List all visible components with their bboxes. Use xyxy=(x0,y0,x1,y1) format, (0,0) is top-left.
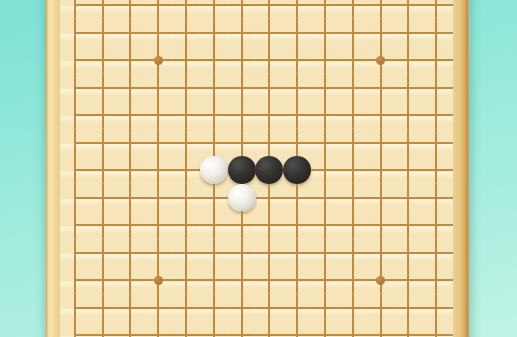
intersection-b9[interactable] xyxy=(89,129,117,157)
intersection-d13[interactable] xyxy=(144,19,172,47)
gomoku-board xyxy=(46,0,470,337)
intersection-c9[interactable] xyxy=(117,129,145,157)
intersection-f11[interactable] xyxy=(200,74,228,102)
intersection-d4[interactable] xyxy=(144,266,172,294)
intersection-f5[interactable] xyxy=(200,239,228,267)
intersection-d3[interactable] xyxy=(144,294,172,322)
intersection-n12[interactable] xyxy=(422,46,450,74)
intersection-f14[interactable] xyxy=(200,0,228,19)
intersection-a13[interactable] xyxy=(61,19,89,47)
intersection-c6[interactable] xyxy=(117,211,145,239)
intersection-i7[interactable] xyxy=(283,184,311,212)
intersection-h7[interactable] xyxy=(256,184,284,212)
intersection-m2[interactable] xyxy=(395,321,423,337)
intersection-e5[interactable] xyxy=(172,239,200,267)
intersection-e2[interactable] xyxy=(172,321,200,337)
intersection-a10[interactable] xyxy=(61,101,89,129)
intersection-k14[interactable] xyxy=(339,0,367,19)
star-point xyxy=(376,276,385,285)
intersection-a14[interactable] xyxy=(61,0,89,19)
intersection-l9[interactable] xyxy=(367,129,395,157)
intersection-f3[interactable] xyxy=(200,294,228,322)
intersection-h10[interactable] xyxy=(256,101,284,129)
intersection-c13[interactable] xyxy=(117,19,145,47)
intersection-f10[interactable] xyxy=(200,101,228,129)
intersection-g9[interactable] xyxy=(228,129,256,157)
intersection-k10[interactable] xyxy=(339,101,367,129)
intersection-m9[interactable] xyxy=(395,129,423,157)
intersection-a8[interactable] xyxy=(61,156,89,184)
intersection-a11[interactable] xyxy=(61,74,89,102)
intersection-g8[interactable] xyxy=(228,156,256,184)
intersection-i5[interactable] xyxy=(283,239,311,267)
intersection-d2[interactable] xyxy=(144,321,172,337)
intersection-b14[interactable] xyxy=(89,0,117,19)
intersection-e4[interactable] xyxy=(172,266,200,294)
intersection-h14[interactable] xyxy=(256,0,284,19)
intersection-b5[interactable] xyxy=(89,239,117,267)
intersection-b8[interactable] xyxy=(89,156,117,184)
white-stone-f8[interactable] xyxy=(200,156,228,184)
intersection-e3[interactable] xyxy=(172,294,200,322)
intersection-j12[interactable] xyxy=(311,46,339,74)
intersection-l13[interactable] xyxy=(367,19,395,47)
intersection-n14[interactable] xyxy=(422,0,450,19)
intersection-l6[interactable] xyxy=(367,211,395,239)
intersection-i13[interactable] xyxy=(283,19,311,47)
intersection-d11[interactable] xyxy=(144,74,172,102)
intersection-g2[interactable] xyxy=(228,321,256,337)
intersection-n2[interactable] xyxy=(422,321,450,337)
star-point xyxy=(154,56,163,65)
board-frame-right-edge xyxy=(453,0,470,337)
intersection-c7[interactable] xyxy=(117,184,145,212)
intersection-g14[interactable] xyxy=(228,0,256,19)
intersection-m3[interactable] xyxy=(395,294,423,322)
intersection-i10[interactable] xyxy=(283,101,311,129)
intersection-k12[interactable] xyxy=(339,46,367,74)
intersection-f9[interactable] xyxy=(200,129,228,157)
intersection-h5[interactable] xyxy=(256,239,284,267)
intersection-i12[interactable] xyxy=(283,46,311,74)
star-point xyxy=(376,56,385,65)
intersection-b3[interactable] xyxy=(89,294,117,322)
intersection-h6[interactable] xyxy=(256,211,284,239)
intersection-g10[interactable] xyxy=(228,101,256,129)
intersection-l12[interactable] xyxy=(367,46,395,74)
intersection-j10[interactable] xyxy=(311,101,339,129)
white-stone-g7[interactable] xyxy=(228,184,256,212)
intersection-d7[interactable] xyxy=(144,184,172,212)
intersection-k7[interactable] xyxy=(339,184,367,212)
intersection-j7[interactable] xyxy=(311,184,339,212)
intersection-c5[interactable] xyxy=(117,239,145,267)
intersection-n4[interactable] xyxy=(422,266,450,294)
intersection-m13[interactable] xyxy=(395,19,423,47)
intersection-i8[interactable] xyxy=(283,156,311,184)
intersection-n3[interactable] xyxy=(422,294,450,322)
star-point xyxy=(154,276,163,285)
intersection-g7[interactable] xyxy=(228,184,256,212)
intersection-i3[interactable] xyxy=(283,294,311,322)
intersection-m5[interactable] xyxy=(395,239,423,267)
intersection-e6[interactable] xyxy=(172,211,200,239)
intersection-e13[interactable] xyxy=(172,19,200,47)
intersection-g5[interactable] xyxy=(228,239,256,267)
intersection-n5[interactable] xyxy=(422,239,450,267)
intersection-b6[interactable] xyxy=(89,211,117,239)
intersection-j3[interactable] xyxy=(311,294,339,322)
intersection-b11[interactable] xyxy=(89,74,117,102)
board-frame-left-edge xyxy=(46,0,60,337)
intersection-b13[interactable] xyxy=(89,19,117,47)
intersection-n11[interactable] xyxy=(422,74,450,102)
intersection-c11[interactable] xyxy=(117,74,145,102)
intersection-k4[interactable] xyxy=(339,266,367,294)
intersection-m8[interactable] xyxy=(395,156,423,184)
intersection-h4[interactable] xyxy=(256,266,284,294)
intersection-k11[interactable] xyxy=(339,74,367,102)
intersection-k2[interactable] xyxy=(339,321,367,337)
intersection-a5[interactable] xyxy=(61,239,89,267)
intersection-d14[interactable] xyxy=(144,0,172,19)
intersection-l3[interactable] xyxy=(367,294,395,322)
intersection-n13[interactable] xyxy=(422,19,450,47)
intersection-j5[interactable] xyxy=(311,239,339,267)
intersection-h3[interactable] xyxy=(256,294,284,322)
intersection-g11[interactable] xyxy=(228,74,256,102)
intersection-d8[interactable] xyxy=(144,156,172,184)
intersection-i9[interactable] xyxy=(283,129,311,157)
intersection-g3[interactable] xyxy=(228,294,256,322)
intersection-a7[interactable] xyxy=(61,184,89,212)
board-grid xyxy=(61,0,478,337)
intersection-j14[interactable] xyxy=(311,0,339,19)
intersection-h8[interactable] xyxy=(256,156,284,184)
intersection-d5[interactable] xyxy=(144,239,172,267)
intersection-b12[interactable] xyxy=(89,46,117,74)
intersection-k8[interactable] xyxy=(339,156,367,184)
intersection-n10[interactable] xyxy=(422,101,450,129)
intersection-c3[interactable] xyxy=(117,294,145,322)
intersection-f7[interactable] xyxy=(200,184,228,212)
intersection-f13[interactable] xyxy=(200,19,228,47)
intersection-b7[interactable] xyxy=(89,184,117,212)
intersection-j13[interactable] xyxy=(311,19,339,47)
intersection-a9[interactable] xyxy=(61,129,89,157)
intersection-j6[interactable] xyxy=(311,211,339,239)
intersection-j2[interactable] xyxy=(311,321,339,337)
intersection-j9[interactable] xyxy=(311,129,339,157)
intersection-f2[interactable] xyxy=(200,321,228,337)
intersection-l11[interactable] xyxy=(367,74,395,102)
intersection-l8[interactable] xyxy=(367,156,395,184)
intersection-m7[interactable] xyxy=(395,184,423,212)
intersection-k13[interactable] xyxy=(339,19,367,47)
intersection-e12[interactable] xyxy=(172,46,200,74)
intersection-d10[interactable] xyxy=(144,101,172,129)
intersection-a2[interactable] xyxy=(61,321,89,337)
black-stone-h8[interactable] xyxy=(255,156,283,184)
intersection-m11[interactable] xyxy=(395,74,423,102)
intersection-c12[interactable] xyxy=(117,46,145,74)
intersection-f4[interactable] xyxy=(200,266,228,294)
intersection-d12[interactable] xyxy=(144,46,172,74)
intersection-m12[interactable] xyxy=(395,46,423,74)
intersection-g6[interactable] xyxy=(228,211,256,239)
intersection-a12[interactable] xyxy=(61,46,89,74)
intersection-b4[interactable] xyxy=(89,266,117,294)
intersection-c14[interactable] xyxy=(117,0,145,19)
intersection-m14[interactable] xyxy=(395,0,423,19)
intersection-h2[interactable] xyxy=(256,321,284,337)
intersection-h13[interactable] xyxy=(256,19,284,47)
intersection-d9[interactable] xyxy=(144,129,172,157)
intersection-c2[interactable] xyxy=(117,321,145,337)
intersection-j11[interactable] xyxy=(311,74,339,102)
intersection-l2[interactable] xyxy=(367,321,395,337)
intersection-f8[interactable] xyxy=(200,156,228,184)
intersection-h9[interactable] xyxy=(256,129,284,157)
intersection-c4[interactable] xyxy=(117,266,145,294)
intersection-h12[interactable] xyxy=(256,46,284,74)
intersection-m4[interactable] xyxy=(395,266,423,294)
intersection-k3[interactable] xyxy=(339,294,367,322)
intersection-i11[interactable] xyxy=(283,74,311,102)
board-surface xyxy=(60,0,453,337)
intersection-c10[interactable] xyxy=(117,101,145,129)
intersection-g4[interactable] xyxy=(228,266,256,294)
intersection-e7[interactable] xyxy=(172,184,200,212)
intersection-c8[interactable] xyxy=(117,156,145,184)
intersection-k9[interactable] xyxy=(339,129,367,157)
intersection-e8[interactable] xyxy=(172,156,200,184)
intersection-i4[interactable] xyxy=(283,266,311,294)
intersection-a4[interactable] xyxy=(61,266,89,294)
intersection-h11[interactable] xyxy=(256,74,284,102)
intersection-l10[interactable] xyxy=(367,101,395,129)
intersection-d6[interactable] xyxy=(144,211,172,239)
intersection-i14[interactable] xyxy=(283,0,311,19)
intersection-l14[interactable] xyxy=(367,0,395,19)
intersection-e10[interactable] xyxy=(172,101,200,129)
intersection-e9[interactable] xyxy=(172,129,200,157)
intersection-n8[interactable] xyxy=(422,156,450,184)
intersection-f12[interactable] xyxy=(200,46,228,74)
intersection-e11[interactable] xyxy=(172,74,200,102)
intersection-b10[interactable] xyxy=(89,101,117,129)
intersection-f6[interactable] xyxy=(200,211,228,239)
intersection-l5[interactable] xyxy=(367,239,395,267)
intersection-m6[interactable] xyxy=(395,211,423,239)
intersection-n7[interactable] xyxy=(422,184,450,212)
intersection-l4[interactable] xyxy=(367,266,395,294)
black-stone-g8[interactable] xyxy=(228,156,256,184)
intersection-a6[interactable] xyxy=(61,211,89,239)
intersection-n9[interactable] xyxy=(422,129,450,157)
intersection-n6[interactable] xyxy=(422,211,450,239)
intersection-k5[interactable] xyxy=(339,239,367,267)
intersection-k6[interactable] xyxy=(339,211,367,239)
intersection-j8[interactable] xyxy=(311,156,339,184)
game-screen xyxy=(0,0,517,337)
intersection-m10[interactable] xyxy=(395,101,423,129)
black-stone-i8[interactable] xyxy=(283,156,311,184)
intersection-b2[interactable] xyxy=(89,321,117,337)
intersection-g13[interactable] xyxy=(228,19,256,47)
intersection-e14[interactable] xyxy=(172,0,200,19)
intersection-a3[interactable] xyxy=(61,294,89,322)
intersection-j4[interactable] xyxy=(311,266,339,294)
intersection-g12[interactable] xyxy=(228,46,256,74)
intersection-i2[interactable] xyxy=(283,321,311,337)
intersection-i6[interactable] xyxy=(283,211,311,239)
intersection-l7[interactable] xyxy=(367,184,395,212)
